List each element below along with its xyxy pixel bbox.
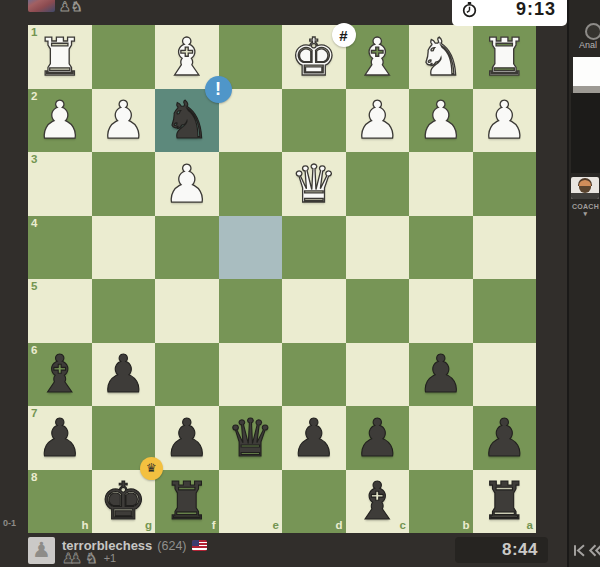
analysis-dark-block — [571, 93, 600, 173]
square-g4[interactable] — [92, 216, 156, 280]
piece-wN-b1[interactable]: ♞ — [409, 25, 473, 89]
piece-wP-f3[interactable]: ♟ — [155, 152, 219, 216]
square-f4[interactable] — [155, 216, 219, 280]
file-label-c: c — [400, 520, 406, 532]
file-label-e: e — [273, 520, 279, 532]
checkmate-badge: # — [332, 23, 356, 47]
square-f3[interactable]: ♟ — [155, 152, 219, 216]
square-d1[interactable]: ♚# — [282, 25, 346, 89]
piece-bP-a7[interactable]: ♟ — [473, 406, 537, 470]
square-d5[interactable] — [282, 279, 346, 343]
analysis-label: Anal — [579, 40, 597, 50]
square-g2[interactable]: ♟ — [92, 89, 156, 153]
square-a5[interactable] — [473, 279, 537, 343]
square-c4[interactable] — [346, 216, 410, 280]
square-f6[interactable] — [155, 343, 219, 407]
captured-n-icon: ♞ — [71, 0, 83, 13]
square-a1[interactable]: ♜ — [473, 25, 537, 89]
file-label-d: d — [335, 520, 342, 532]
player-rating: (624) — [157, 539, 186, 553]
square-c5[interactable] — [346, 279, 410, 343]
square-e6[interactable] — [219, 343, 283, 407]
piece-bR-f8[interactable]: ♜ — [155, 470, 219, 534]
square-b8[interactable]: b — [409, 470, 473, 534]
file-label-a: a — [527, 520, 533, 532]
square-e4[interactable] — [219, 216, 283, 280]
square-h8[interactable]: 8h — [28, 470, 92, 534]
piece-bB-h6[interactable]: ♝ — [28, 343, 92, 407]
rank-label-3: 3 — [31, 154, 37, 166]
piece-wP-c2[interactable]: ♟ — [346, 89, 410, 153]
square-b7[interactable] — [409, 406, 473, 470]
square-a3[interactable] — [473, 152, 537, 216]
square-f2[interactable]: ♞! — [155, 89, 219, 153]
coach-avatar[interactable] — [571, 177, 599, 199]
piece-bP-f7[interactable]: ♟ — [155, 406, 219, 470]
square-a2[interactable]: ♟ — [473, 89, 537, 153]
file-label-g: g — [145, 520, 152, 532]
square-d4[interactable] — [282, 216, 346, 280]
rank-label-5: 5 — [31, 281, 37, 293]
coach-shirt — [571, 193, 599, 199]
piece-wP-g2[interactable]: ♟ — [92, 89, 156, 153]
square-d7[interactable]: ♟ — [282, 406, 346, 470]
square-d3[interactable]: ♛ — [282, 152, 346, 216]
square-d8[interactable]: d — [282, 470, 346, 534]
coach-label: COACH ▾ — [569, 203, 600, 218]
game-screen: { "game": "chess", "result": "0-1", "boa… — [0, 0, 600, 567]
square-g6[interactable]: ♟ — [92, 343, 156, 407]
square-g5[interactable] — [92, 279, 156, 343]
square-b3[interactable] — [409, 152, 473, 216]
square-a4[interactable] — [473, 216, 537, 280]
square-d2[interactable] — [282, 89, 346, 153]
us-flag-icon — [192, 540, 207, 551]
opponent-captured-pieces-tray: ♟♞ — [59, 0, 82, 14]
piece-bP-h7[interactable]: ♟ — [28, 406, 92, 470]
rank-label-4: 4 — [31, 218, 37, 230]
piece-bP-g6[interactable]: ♟ — [92, 343, 156, 407]
analysis-icon[interactable] — [585, 23, 600, 40]
stopwatch-icon — [461, 1, 478, 18]
square-f8[interactable]: f♜ — [155, 470, 219, 534]
square-e3[interactable] — [219, 152, 283, 216]
square-b5[interactable] — [409, 279, 473, 343]
piece-bP-b6[interactable]: ♟ — [409, 343, 473, 407]
previous-move-button[interactable] — [588, 543, 600, 558]
square-h7[interactable]: 7♟ — [28, 406, 92, 470]
square-h4[interactable]: 4 — [28, 216, 92, 280]
rank-label-1: 1 — [31, 27, 37, 39]
square-a7[interactable]: ♟ — [473, 406, 537, 470]
white-clock-time: 9:13 — [478, 0, 567, 20]
game-result: 0-1 — [3, 518, 16, 528]
piece-wR-h1[interactable]: ♜ — [28, 25, 92, 89]
winner-badge: ♛ — [140, 457, 163, 480]
default-avatar-pawn-icon: ♟ — [32, 540, 51, 561]
square-a8[interactable]: a♜ — [473, 470, 537, 534]
file-label-h: h — [81, 520, 88, 532]
right-sidebar: Anal COACH ▾ — [567, 0, 600, 567]
square-c6[interactable] — [346, 343, 410, 407]
square-d6[interactable] — [282, 343, 346, 407]
piece-wP-a2[interactable]: ♟ — [473, 89, 537, 153]
rank-label-2: 2 — [31, 91, 37, 103]
white-clock: 9:13 — [452, 0, 567, 26]
file-label-b: b — [462, 520, 469, 532]
player-avatar[interactable]: ♟ — [28, 537, 55, 564]
analysis-gray-box — [573, 86, 600, 93]
square-f5[interactable] — [155, 279, 219, 343]
square-h1[interactable]: 1♜ — [28, 25, 92, 89]
captured-n-icon: ♞ — [85, 551, 98, 565]
square-e5[interactable] — [219, 279, 283, 343]
analysis-white-box[interactable] — [573, 57, 600, 86]
square-c8[interactable]: c♝ — [346, 470, 410, 534]
square-g3[interactable] — [92, 152, 156, 216]
square-e7[interactable]: ♛ — [219, 406, 283, 470]
rank-label-8: 8 — [31, 472, 37, 484]
piece-wP-h2[interactable]: ♟ — [28, 89, 92, 153]
square-e8[interactable]: e — [219, 470, 283, 534]
opponent-avatar[interactable] — [28, 0, 55, 12]
square-a6[interactable] — [473, 343, 537, 407]
piece-wP-b2[interactable]: ♟ — [409, 89, 473, 153]
file-label-f: f — [212, 520, 216, 532]
square-b4[interactable] — [409, 216, 473, 280]
square-g8[interactable]: g♚♛ — [92, 470, 156, 534]
square-b6[interactable]: ♟ — [409, 343, 473, 407]
square-h6[interactable]: 6♝ — [28, 343, 92, 407]
square-f7[interactable]: ♟ — [155, 406, 219, 470]
captured-p-icon: ♟ — [70, 551, 83, 565]
coach-beard — [579, 186, 591, 193]
piece-bQ-e7[interactable]: ♛ — [219, 406, 283, 470]
great-move-badge: ! — [205, 76, 232, 103]
chess-board: 1♜♝♚#♝♞♜2♟♟♞!♟♟♟3♟♛456♝♟♟7♟♟♛♟♟♟8hg♚♛f♜e… — [28, 25, 536, 533]
square-h3[interactable]: 3 — [28, 152, 92, 216]
square-h5[interactable]: 5 — [28, 279, 92, 343]
rank-label-6: 6 — [31, 345, 37, 357]
square-c7[interactable]: ♟ — [346, 406, 410, 470]
square-h2[interactable]: 2♟ — [28, 89, 92, 153]
captured-p-icon: ♟ — [59, 0, 71, 13]
piece-wQ-d3[interactable]: ♛ — [282, 152, 346, 216]
square-b2[interactable]: ♟ — [409, 89, 473, 153]
square-b1[interactable]: ♞ — [409, 25, 473, 89]
player-captured-pieces-tray: ♟♟♞+1 — [62, 551, 116, 565]
square-g1[interactable] — [92, 25, 156, 89]
rank-label-7: 7 — [31, 408, 37, 420]
square-c3[interactable] — [346, 152, 410, 216]
material-advantage: +1 — [104, 552, 117, 564]
piece-bP-d7[interactable]: ♟ — [282, 406, 346, 470]
black-clock: 8:44 — [455, 537, 548, 563]
square-c2[interactable]: ♟ — [346, 89, 410, 153]
piece-bP-c7[interactable]: ♟ — [346, 406, 410, 470]
piece-wR-a1[interactable]: ♜ — [473, 25, 537, 89]
jump-to-start-button[interactable] — [572, 543, 587, 558]
